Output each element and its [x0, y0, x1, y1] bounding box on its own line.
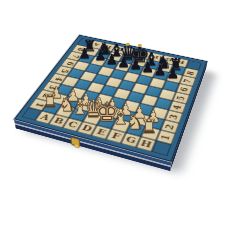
white-rook-h1[interactable]: ♜ [140, 117, 157, 136]
black-pawn-a7[interactable]: ♟ [79, 47, 91, 61]
white-rook-a1[interactable]: ♜ [42, 92, 58, 110]
board-corner [152, 141, 172, 157]
black-pawn-d7[interactable]: ♟ [117, 55, 130, 69]
brass-clasp[interactable] [70, 137, 80, 147]
black-pawn-e7[interactable]: ♟ [129, 57, 142, 71]
black-pawn-g7[interactable]: ♟ [154, 63, 167, 78]
black-pawn-f7[interactable]: ♟ [141, 60, 154, 74]
black-pawn-h7[interactable]: ♟ [166, 65, 179, 80]
gold-crown-tip [137, 44, 141, 47]
product-photo: ABCDEFGH8877665544332211ABCDEFGH ♜♞♝♛♚♝♞… [0, 0, 238, 238]
black-pawn-c7[interactable]: ♟ [106, 52, 119, 66]
